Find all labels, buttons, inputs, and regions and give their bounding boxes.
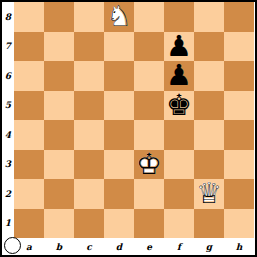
square-c5[interactable] [74,91,104,121]
file-label-h: h [224,238,254,255]
piece-glyph: ♟ [164,32,194,62]
square-a1[interactable] [14,209,44,239]
file-label-c: c [74,238,104,255]
square-a2[interactable] [14,179,44,209]
square-b4[interactable] [44,120,74,150]
square-c7[interactable] [74,32,104,62]
square-d2[interactable] [104,179,134,209]
piece-glyph: ♘ [104,2,134,32]
square-g1[interactable] [194,209,224,239]
square-b1[interactable] [44,209,74,239]
square-g2[interactable]: ♛♕ [194,179,224,209]
square-d3[interactable] [104,150,134,180]
square-d6[interactable] [104,61,134,91]
chess-diagram: ♞♘♟♟♚♚♔♛♕ 87654321 abcdefgh [0,0,257,257]
rank-label-5: 5 [2,91,14,121]
square-d1[interactable] [104,209,134,239]
square-c8[interactable] [74,2,104,32]
square-h6[interactable] [224,61,254,91]
square-b7[interactable] [44,32,74,62]
rank-label-1: 1 [2,209,14,239]
square-f5[interactable]: ♚ [164,91,194,121]
square-c6[interactable] [74,61,104,91]
square-h3[interactable] [224,150,254,180]
square-b8[interactable] [44,2,74,32]
square-c2[interactable] [74,179,104,209]
piece-glyph: ♚ [164,91,194,121]
square-e8[interactable] [134,2,164,32]
black-pawn-f7[interactable]: ♟ [164,32,194,62]
black-pawn-f6[interactable]: ♟ [164,61,194,91]
square-e2[interactable] [134,179,164,209]
piece-glyph: ♔ [134,150,164,180]
square-f8[interactable] [164,2,194,32]
square-a5[interactable] [14,91,44,121]
square-b5[interactable] [44,91,74,121]
square-b3[interactable] [44,150,74,180]
white-knight-d8[interactable]: ♞♘ [104,2,134,32]
piece-glyph: ♟ [164,61,194,91]
square-e6[interactable] [134,61,164,91]
rank-label-6: 6 [2,61,14,91]
square-g3[interactable] [194,150,224,180]
square-f3[interactable] [164,150,194,180]
square-d5[interactable] [104,91,134,121]
square-c3[interactable] [74,150,104,180]
square-h8[interactable] [224,2,254,32]
rank-label-4: 4 [2,120,14,150]
square-g4[interactable] [194,120,224,150]
white-queen-g2[interactable]: ♛♕ [194,179,224,209]
square-f2[interactable] [164,179,194,209]
chess-board: ♞♘♟♟♚♚♔♛♕ [14,2,254,238]
file-label-g: g [194,238,224,255]
rank-label-2: 2 [2,179,14,209]
square-d7[interactable] [104,32,134,62]
square-f7[interactable]: ♟ [164,32,194,62]
square-c1[interactable] [74,209,104,239]
square-a6[interactable] [14,61,44,91]
square-h7[interactable] [224,32,254,62]
square-g8[interactable] [194,2,224,32]
square-e7[interactable] [134,32,164,62]
square-h2[interactable] [224,179,254,209]
square-f4[interactable] [164,120,194,150]
file-label-f: f [164,238,194,255]
square-c4[interactable] [74,120,104,150]
square-a8[interactable] [14,2,44,32]
file-label-b: b [44,238,74,255]
square-h1[interactable] [224,209,254,239]
square-e1[interactable] [134,209,164,239]
square-a4[interactable] [14,120,44,150]
square-h5[interactable] [224,91,254,121]
square-d8[interactable]: ♞♘ [104,2,134,32]
square-a7[interactable] [14,32,44,62]
side-to-move-indicator [4,237,21,254]
square-a3[interactable] [14,150,44,180]
square-b2[interactable] [44,179,74,209]
rank-label-8: 8 [2,2,14,32]
square-d4[interactable] [104,120,134,150]
square-g5[interactable] [194,91,224,121]
square-e4[interactable] [134,120,164,150]
rank-label-7: 7 [2,32,14,62]
piece-glyph: ♕ [194,179,224,209]
square-e5[interactable] [134,91,164,121]
square-g7[interactable] [194,32,224,62]
square-h4[interactable] [224,120,254,150]
file-label-e: e [134,238,164,255]
square-g6[interactable] [194,61,224,91]
square-b6[interactable] [44,61,74,91]
rank-label-3: 3 [2,150,14,180]
square-f6[interactable]: ♟ [164,61,194,91]
square-e3[interactable]: ♚♔ [134,150,164,180]
black-king-f5[interactable]: ♚ [164,91,194,121]
file-label-d: d [104,238,134,255]
white-king-e3[interactable]: ♚♔ [134,150,164,180]
square-f1[interactable] [164,209,194,239]
